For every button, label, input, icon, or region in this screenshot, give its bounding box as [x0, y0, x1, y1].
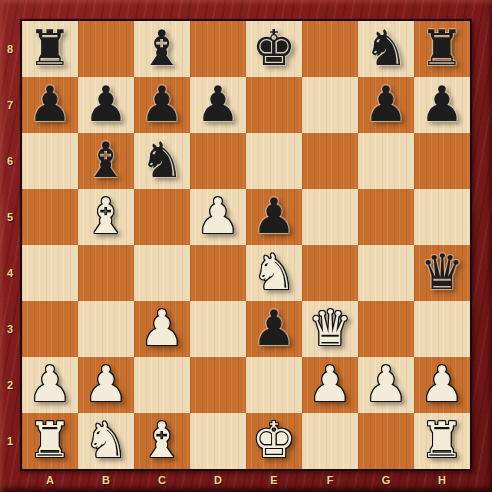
square-c5[interactable]: [134, 189, 190, 245]
rank-label-2: 2: [0, 357, 20, 413]
square-b1[interactable]: ♞: [78, 413, 134, 469]
square-h2[interactable]: ♟: [414, 357, 470, 413]
square-a8[interactable]: ♜: [22, 21, 78, 77]
piece-black-bishop: ♝: [140, 21, 184, 77]
square-c7[interactable]: ♟: [134, 77, 190, 133]
piece-black-pawn: ♟: [140, 77, 184, 133]
square-d1[interactable]: [190, 413, 246, 469]
rank-labels: 87654321: [0, 21, 20, 469]
piece-white-rook: ♜: [28, 413, 72, 469]
square-g7[interactable]: ♟: [358, 77, 414, 133]
square-a7[interactable]: ♟: [22, 77, 78, 133]
piece-black-pawn: ♟: [84, 77, 128, 133]
piece-black-rook: ♜: [420, 21, 464, 77]
piece-black-bishop: ♝: [84, 133, 128, 189]
square-h5[interactable]: [414, 189, 470, 245]
file-label-h: H: [414, 469, 470, 490]
square-d3[interactable]: [190, 301, 246, 357]
square-h1[interactable]: ♜: [414, 413, 470, 469]
square-d7[interactable]: ♟: [190, 77, 246, 133]
rank-label-4: 4: [0, 245, 20, 301]
square-g6[interactable]: [358, 133, 414, 189]
chess-board[interactable]: ♜♝♚♞♜♟♟♟♟♟♟♝♞♝♟♟♞♛♟♟♛♟♟♟♟♟♜♞♝♚♜: [20, 19, 472, 471]
rank-label-5: 5: [0, 189, 20, 245]
square-d5[interactable]: ♟: [190, 189, 246, 245]
square-b5[interactable]: ♝: [78, 189, 134, 245]
square-b3[interactable]: [78, 301, 134, 357]
square-d2[interactable]: [190, 357, 246, 413]
square-f1[interactable]: [302, 413, 358, 469]
square-a4[interactable]: [22, 245, 78, 301]
square-e7[interactable]: [246, 77, 302, 133]
square-h7[interactable]: ♟: [414, 77, 470, 133]
square-g2[interactable]: ♟: [358, 357, 414, 413]
piece-white-pawn: ♟: [364, 357, 408, 413]
square-c1[interactable]: ♝: [134, 413, 190, 469]
piece-white-knight: ♞: [252, 245, 296, 301]
piece-black-king: ♚: [252, 21, 296, 77]
square-a1[interactable]: ♜: [22, 413, 78, 469]
file-label-a: A: [22, 469, 78, 490]
piece-white-pawn: ♟: [308, 357, 352, 413]
square-e3[interactable]: ♟: [246, 301, 302, 357]
piece-black-knight: ♞: [364, 21, 408, 77]
piece-white-rook: ♜: [420, 413, 464, 469]
file-labels: ABCDEFGH: [22, 469, 470, 490]
rank-label-1: 1: [0, 413, 20, 469]
square-e1[interactable]: ♚: [246, 413, 302, 469]
rank-label-3: 3: [0, 301, 20, 357]
piece-white-bishop: ♝: [84, 189, 128, 245]
square-d6[interactable]: [190, 133, 246, 189]
piece-black-rook: ♜: [28, 21, 72, 77]
square-c2[interactable]: [134, 357, 190, 413]
square-b7[interactable]: ♟: [78, 77, 134, 133]
square-a3[interactable]: [22, 301, 78, 357]
piece-black-queen: ♛: [420, 245, 464, 301]
square-g5[interactable]: [358, 189, 414, 245]
piece-white-queen: ♛: [308, 301, 352, 357]
piece-black-pawn: ♟: [28, 77, 72, 133]
rank-label-7: 7: [0, 77, 20, 133]
square-f4[interactable]: [302, 245, 358, 301]
piece-black-pawn: ♟: [196, 77, 240, 133]
file-label-f: F: [302, 469, 358, 490]
square-b8[interactable]: [78, 21, 134, 77]
file-label-b: B: [78, 469, 134, 490]
chess-board-frame: 87654321 ♜♝♚♞♜♟♟♟♟♟♟♝♞♝♟♟♞♛♟♟♛♟♟♟♟♟♜♞♝♚♜…: [0, 0, 492, 492]
file-label-c: C: [134, 469, 190, 490]
square-g1[interactable]: [358, 413, 414, 469]
piece-white-knight: ♞: [84, 413, 128, 469]
piece-black-pawn: ♟: [364, 77, 408, 133]
square-c6[interactable]: ♞: [134, 133, 190, 189]
piece-white-pawn: ♟: [196, 189, 240, 245]
square-h4[interactable]: ♛: [414, 245, 470, 301]
square-h8[interactable]: ♜: [414, 21, 470, 77]
square-f8[interactable]: [302, 21, 358, 77]
piece-white-pawn: ♟: [28, 357, 72, 413]
file-label-g: G: [358, 469, 414, 490]
square-g3[interactable]: [358, 301, 414, 357]
piece-white-pawn: ♟: [84, 357, 128, 413]
piece-black-knight: ♞: [140, 133, 184, 189]
square-f5[interactable]: [302, 189, 358, 245]
piece-black-pawn: ♟: [252, 189, 296, 245]
square-c3[interactable]: ♟: [134, 301, 190, 357]
square-f2[interactable]: ♟: [302, 357, 358, 413]
square-f3[interactable]: ♛: [302, 301, 358, 357]
square-a5[interactable]: [22, 189, 78, 245]
square-f7[interactable]: [302, 77, 358, 133]
square-e8[interactable]: ♚: [246, 21, 302, 77]
square-f6[interactable]: [302, 133, 358, 189]
rank-label-6: 6: [0, 133, 20, 189]
piece-white-pawn: ♟: [420, 357, 464, 413]
square-c4[interactable]: [134, 245, 190, 301]
piece-white-king: ♚: [252, 413, 296, 469]
piece-black-pawn: ♟: [420, 77, 464, 133]
square-b6[interactable]: ♝: [78, 133, 134, 189]
square-d4[interactable]: [190, 245, 246, 301]
square-e5[interactable]: ♟: [246, 189, 302, 245]
square-a2[interactable]: ♟: [22, 357, 78, 413]
piece-black-pawn: ♟: [252, 301, 296, 357]
square-e2[interactable]: [246, 357, 302, 413]
piece-white-bishop: ♝: [140, 413, 184, 469]
square-b2[interactable]: ♟: [78, 357, 134, 413]
piece-white-pawn: ♟: [140, 301, 184, 357]
rank-label-8: 8: [0, 21, 20, 77]
square-a6[interactable]: [22, 133, 78, 189]
file-label-e: E: [246, 469, 302, 490]
square-h6[interactable]: [414, 133, 470, 189]
square-b4[interactable]: [78, 245, 134, 301]
square-d8[interactable]: [190, 21, 246, 77]
square-g4[interactable]: [358, 245, 414, 301]
square-c8[interactable]: ♝: [134, 21, 190, 77]
file-label-d: D: [190, 469, 246, 490]
square-e4[interactable]: ♞: [246, 245, 302, 301]
square-e6[interactable]: [246, 133, 302, 189]
square-g8[interactable]: ♞: [358, 21, 414, 77]
square-h3[interactable]: [414, 301, 470, 357]
